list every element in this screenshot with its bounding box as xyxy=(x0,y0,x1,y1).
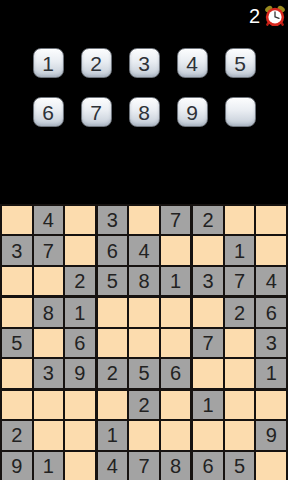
sudoku-cell-r3c1[interactable] xyxy=(2,267,32,295)
sudoku-cell-r3c2[interactable] xyxy=(34,267,64,295)
sudoku-cell-r1c3[interactable] xyxy=(65,206,95,234)
sudoku-cell-r1c6: 7 xyxy=(161,206,191,234)
sudoku-cell-r1c9[interactable] xyxy=(256,206,286,234)
keypad-row-1: 12345 xyxy=(0,48,288,78)
sudoku-cell-r8c2[interactable] xyxy=(34,421,64,449)
sudoku-cell-r7c5: 2 xyxy=(129,391,159,419)
key-2[interactable]: 2 xyxy=(81,48,112,78)
sudoku-cell-r9c8: 5 xyxy=(225,452,255,480)
sudoku-cell-r5c8[interactable] xyxy=(225,329,255,357)
sudoku-cell-r5c2[interactable] xyxy=(34,329,64,357)
sudoku-cell-r6c3: 9 xyxy=(65,359,95,387)
sudoku-cell-r8c8[interactable] xyxy=(225,421,255,449)
sudoku-cell-r4c9: 6 xyxy=(256,298,286,326)
sudoku-cell-r7c3[interactable] xyxy=(65,391,95,419)
sudoku-cell-r8c4: 1 xyxy=(98,421,128,449)
key-5[interactable]: 5 xyxy=(225,48,256,78)
sudoku-box-9: 1965 xyxy=(193,391,286,480)
sudoku-cell-r4c7[interactable] xyxy=(193,298,223,326)
key-7[interactable]: 7 xyxy=(81,97,112,127)
sudoku-cell-r4c2: 8 xyxy=(34,298,64,326)
alarm-clock-icon xyxy=(264,5,286,27)
sudoku-cell-r8c9: 9 xyxy=(256,421,286,449)
sudoku-cell-r1c5[interactable] xyxy=(129,206,159,234)
sudoku-cell-r3c4: 5 xyxy=(98,267,128,295)
number-keypad: 12345 6789 xyxy=(0,48,288,127)
sudoku-cell-r3c3: 2 xyxy=(65,267,95,295)
sudoku-cell-r3c5: 8 xyxy=(129,267,159,295)
sudoku-cell-r1c2: 4 xyxy=(34,206,64,234)
sudoku-cell-r2c4: 6 xyxy=(98,236,128,264)
sudoku-cell-r2c9[interactable] xyxy=(256,236,286,264)
sudoku-cell-r6c4: 2 xyxy=(98,359,128,387)
sudoku-cell-r4c6[interactable] xyxy=(161,298,191,326)
sudoku-cell-r5c3: 6 xyxy=(65,329,95,357)
sudoku-cell-r4c1[interactable] xyxy=(2,298,32,326)
sudoku-cell-r7c4[interactable] xyxy=(98,391,128,419)
key-6[interactable]: 6 xyxy=(33,97,64,127)
sudoku-cell-r6c5: 5 xyxy=(129,359,159,387)
sudoku-cell-r6c1[interactable] xyxy=(2,359,32,387)
sudoku-cell-r4c3: 1 xyxy=(65,298,95,326)
sudoku-cell-r2c5: 4 xyxy=(129,236,159,264)
sudoku-cell-r3c9: 4 xyxy=(256,267,286,295)
sudoku-cell-r2c1: 3 xyxy=(2,236,32,264)
sudoku-cell-r8c7[interactable] xyxy=(193,421,223,449)
sudoku-cell-r7c8[interactable] xyxy=(225,391,255,419)
key-8[interactable]: 8 xyxy=(129,97,160,127)
sudoku-cell-r1c7: 2 xyxy=(193,206,223,234)
sudoku-cell-r1c4: 3 xyxy=(98,206,128,234)
key-4[interactable]: 4 xyxy=(177,48,208,78)
sudoku-box-3: 21374 xyxy=(193,206,286,295)
sudoku-cell-r7c7: 1 xyxy=(193,391,223,419)
sudoku-cell-r9c2: 1 xyxy=(34,452,64,480)
key-blank-eraser[interactable] xyxy=(225,97,256,127)
sudoku-cell-r4c5[interactable] xyxy=(129,298,159,326)
sudoku-box-2: 3764581 xyxy=(98,206,191,295)
sudoku-cell-r1c1[interactable] xyxy=(2,206,32,234)
sudoku-cell-r7c9[interactable] xyxy=(256,391,286,419)
sudoku-box-8: 21478 xyxy=(98,391,191,480)
sudoku-box-1: 4372 xyxy=(2,206,95,295)
sudoku-cell-r6c2: 3 xyxy=(34,359,64,387)
sudoku-box-6: 26731 xyxy=(193,298,286,387)
sudoku-cell-r9c9[interactable] xyxy=(256,452,286,480)
sudoku-app-screen: 2 12345 6789 437237645812137481563925626… xyxy=(0,0,288,480)
sudoku-board: 4372376458121374815639256267312912147819… xyxy=(0,204,288,480)
sudoku-cell-r4c4[interactable] xyxy=(98,298,128,326)
sudoku-cell-r6c8[interactable] xyxy=(225,359,255,387)
sudoku-cell-r2c8: 1 xyxy=(225,236,255,264)
sudoku-box-5: 256 xyxy=(98,298,191,387)
sudoku-cell-r9c6: 8 xyxy=(161,452,191,480)
key-1[interactable]: 1 xyxy=(33,48,64,78)
status-counter: 2 xyxy=(249,4,260,28)
sudoku-cell-r6c7[interactable] xyxy=(193,359,223,387)
sudoku-cell-r2c3[interactable] xyxy=(65,236,95,264)
sudoku-cell-r7c6[interactable] xyxy=(161,391,191,419)
sudoku-cell-r6c9: 1 xyxy=(256,359,286,387)
sudoku-cell-r1c8[interactable] xyxy=(225,206,255,234)
sudoku-cell-r3c6: 1 xyxy=(161,267,191,295)
sudoku-cell-r2c7[interactable] xyxy=(193,236,223,264)
sudoku-cell-r7c2[interactable] xyxy=(34,391,64,419)
sudoku-cell-r8c5[interactable] xyxy=(129,421,159,449)
sudoku-cell-r4c8: 2 xyxy=(225,298,255,326)
sudoku-cell-r8c1: 2 xyxy=(2,421,32,449)
sudoku-cell-r8c6[interactable] xyxy=(161,421,191,449)
sudoku-cell-r9c1: 9 xyxy=(2,452,32,480)
key-3[interactable]: 3 xyxy=(129,48,160,78)
sudoku-cell-r9c3[interactable] xyxy=(65,452,95,480)
sudoku-cell-r8c3[interactable] xyxy=(65,421,95,449)
sudoku-cell-r5c5[interactable] xyxy=(129,329,159,357)
sudoku-cell-r5c6[interactable] xyxy=(161,329,191,357)
sudoku-cell-r9c4: 4 xyxy=(98,452,128,480)
sudoku-cell-r9c7: 6 xyxy=(193,452,223,480)
sudoku-cell-r2c2: 7 xyxy=(34,236,64,264)
sudoku-cell-r6c6: 6 xyxy=(161,359,191,387)
sudoku-cell-r3c7: 3 xyxy=(193,267,223,295)
key-9[interactable]: 9 xyxy=(177,97,208,127)
sudoku-cell-r7c1[interactable] xyxy=(2,391,32,419)
sudoku-cell-r3c8: 7 xyxy=(225,267,255,295)
keypad-row-2: 6789 xyxy=(0,97,288,127)
sudoku-cell-r2c6[interactable] xyxy=(161,236,191,264)
status-bar: 2 xyxy=(249,4,286,28)
sudoku-cell-r5c9: 3 xyxy=(256,329,286,357)
sudoku-cell-r5c1: 5 xyxy=(2,329,32,357)
sudoku-cell-r5c4[interactable] xyxy=(98,329,128,357)
sudoku-cell-r5c7: 7 xyxy=(193,329,223,357)
sudoku-box-4: 815639 xyxy=(2,298,95,387)
sudoku-cell-r9c5: 7 xyxy=(129,452,159,480)
sudoku-box-7: 291 xyxy=(2,391,95,480)
